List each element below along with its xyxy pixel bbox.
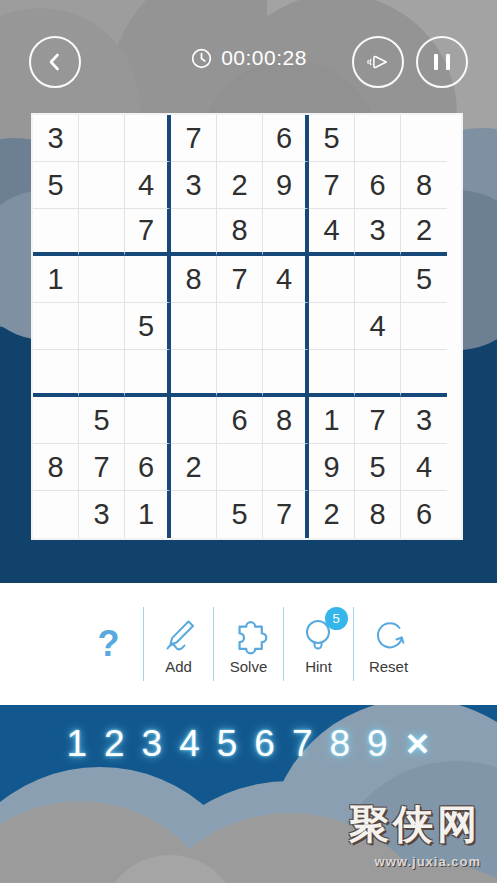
watermark-site-name: 聚侠网	[349, 797, 481, 852]
sudoku-cell-r9c7[interactable]: 2	[309, 491, 355, 538]
sudoku-cell-r3c5[interactable]: 8	[217, 209, 263, 256]
sudoku-cell-r4c1[interactable]: 1	[33, 256, 79, 303]
sudoku-cell-r9c2[interactable]: 3	[79, 491, 125, 538]
sudoku-cell-r5c6[interactable]	[263, 303, 309, 350]
sudoku-cell-r5c7[interactable]	[309, 303, 355, 350]
sudoku-cell-r3c9[interactable]: 2	[401, 209, 447, 256]
numberpad: 123456789✕	[0, 723, 497, 765]
clock-icon	[190, 47, 213, 70]
sudoku-cell-r4c4[interactable]: 8	[171, 256, 217, 303]
sudoku-cell-r8c4[interactable]: 2	[171, 444, 217, 491]
sudoku-cell-r9c5[interactable]: 5	[217, 491, 263, 538]
sudoku-cell-r7c7[interactable]: 1	[309, 397, 355, 444]
sudoku-cell-r3c3[interactable]: 7	[125, 209, 171, 256]
sudoku-cell-r3c6[interactable]	[263, 209, 309, 256]
sudoku-cell-r1c7[interactable]: 5	[309, 115, 355, 162]
sudoku-cell-r8c9[interactable]: 4	[401, 444, 447, 491]
sudoku-cell-r5c4[interactable]	[171, 303, 217, 350]
sudoku-cell-r5c3[interactable]: 5	[125, 303, 171, 350]
sudoku-cell-r4c9[interactable]: 5	[401, 256, 447, 303]
sudoku-cell-r6c4[interactable]	[171, 350, 217, 397]
sudoku-cell-r9c8[interactable]: 8	[355, 491, 401, 538]
numpad-key-3[interactable]: 3	[142, 723, 163, 765]
sudoku-cell-r6c5[interactable]	[217, 350, 263, 397]
sudoku-cell-r7c4[interactable]	[171, 397, 217, 444]
numpad-key-7[interactable]: 7	[292, 723, 313, 765]
sudoku-cell-r7c2[interactable]: 5	[79, 397, 125, 444]
sudoku-app: 00:00:28 3765543297687843218745545681738…	[0, 0, 497, 883]
sudoku-cell-r2c8[interactable]: 6	[355, 162, 401, 209]
sudoku-cell-r4c8[interactable]	[355, 256, 401, 303]
sudoku-cell-r5c2[interactable]	[79, 303, 125, 350]
sudoku-cell-r5c5[interactable]	[217, 303, 263, 350]
numpad-key-5[interactable]: 5	[217, 723, 238, 765]
timer-value: 00:00:28	[221, 46, 307, 70]
sudoku-cell-r8c1[interactable]: 8	[33, 444, 79, 491]
numpad-key-2[interactable]: 2	[104, 723, 125, 765]
sudoku-cell-r4c2[interactable]	[79, 256, 125, 303]
sudoku-board: 3765543297687843218745545681738762954315…	[31, 113, 463, 540]
sudoku-cell-r2c4[interactable]: 3	[171, 162, 217, 209]
add-button[interactable]: Add	[144, 614, 213, 675]
hint-badge: 5	[325, 607, 348, 630]
sudoku-cell-r6c3[interactable]	[125, 350, 171, 397]
reset-button[interactable]: Reset	[354, 614, 423, 675]
sudoku-cell-r6c2[interactable]	[79, 350, 125, 397]
toolbar: ? Add Solve	[0, 583, 497, 705]
numpad-key-6[interactable]: 6	[254, 723, 275, 765]
sudoku-cell-r1c8[interactable]	[355, 115, 401, 162]
numpad-close-key[interactable]: ✕	[405, 726, 431, 763]
sudoku-cell-r1c4[interactable]: 7	[171, 115, 217, 162]
sudoku-cell-r8c6[interactable]	[263, 444, 309, 491]
sudoku-cell-r9c6[interactable]: 7	[263, 491, 309, 538]
sudoku-cell-r3c7[interactable]: 4	[309, 209, 355, 256]
sudoku-cell-r2c3[interactable]: 4	[125, 162, 171, 209]
sudoku-cell-r9c9[interactable]: 6	[401, 491, 447, 538]
solve-button[interactable]: Solve	[214, 614, 283, 675]
sudoku-cell-r7c3[interactable]	[125, 397, 171, 444]
sudoku-cell-r3c1[interactable]	[33, 209, 79, 256]
sudoku-cell-r3c8[interactable]: 3	[355, 209, 401, 256]
numpad-key-8[interactable]: 8	[329, 723, 350, 765]
sudoku-cell-r2c2[interactable]	[79, 162, 125, 209]
sound-button[interactable]	[352, 36, 404, 88]
sudoku-cell-r1c3[interactable]	[125, 115, 171, 162]
number-bar: 123456789✕ 聚侠网 www.juxia.com	[0, 705, 497, 883]
add-label: Add	[165, 658, 192, 675]
solve-label: Solve	[230, 658, 268, 675]
sudoku-cell-r3c4[interactable]	[171, 209, 217, 256]
sudoku-cell-r6c9[interactable]	[401, 350, 447, 397]
pencil-icon	[158, 614, 200, 656]
watermark-site-url: www.juxia.com	[349, 854, 481, 869]
sudoku-cell-r7c1[interactable]	[33, 397, 79, 444]
sudoku-cell-r8c5[interactable]	[217, 444, 263, 491]
sudoku-cell-r6c6[interactable]	[263, 350, 309, 397]
sudoku-cell-r4c7[interactable]	[309, 256, 355, 303]
sudoku-cell-r8c3[interactable]: 6	[125, 444, 171, 491]
sudoku-cell-r2c6[interactable]: 9	[263, 162, 309, 209]
reset-label: Reset	[369, 658, 408, 675]
sudoku-cell-r5c9[interactable]	[401, 303, 447, 350]
numpad-key-9[interactable]: 9	[367, 723, 388, 765]
sudoku-cell-r8c2[interactable]: 7	[79, 444, 125, 491]
sudoku-cell-r7c9[interactable]: 3	[401, 397, 447, 444]
hint-label: Hint	[305, 658, 332, 675]
sudoku-cell-r6c7[interactable]	[309, 350, 355, 397]
numpad-key-1[interactable]: 1	[66, 723, 87, 765]
sudoku-cell-r3c2[interactable]	[79, 209, 125, 256]
sudoku-cell-r2c7[interactable]: 7	[309, 162, 355, 209]
sudoku-cell-r4c5[interactable]: 7	[217, 256, 263, 303]
sudoku-cell-r5c8[interactable]: 4	[355, 303, 401, 350]
pause-icon	[434, 54, 450, 70]
bulb-icon: 5	[298, 614, 340, 656]
sudoku-cell-r8c7[interactable]: 9	[309, 444, 355, 491]
sudoku-cell-r9c1[interactable]	[33, 491, 79, 538]
sudoku-cell-r7c5[interactable]: 6	[217, 397, 263, 444]
sudoku-cell-r1c1[interactable]: 3	[33, 115, 79, 162]
sudoku-cell-r7c8[interactable]: 7	[355, 397, 401, 444]
sudoku-cell-r9c4[interactable]	[171, 491, 217, 538]
help-button[interactable]: ?	[74, 623, 143, 665]
sudoku-cell-r7c6[interactable]: 8	[263, 397, 309, 444]
speaker-icon	[363, 47, 393, 77]
sudoku-cell-r1c5[interactable]	[217, 115, 263, 162]
header-bar: 00:00:28	[0, 36, 497, 90]
sudoku-cell-r6c8[interactable]	[355, 350, 401, 397]
sudoku-cell-r1c2[interactable]	[79, 115, 125, 162]
sudoku-cell-r1c6[interactable]: 6	[263, 115, 309, 162]
sudoku-cell-r2c1[interactable]: 5	[33, 162, 79, 209]
sudoku-cell-r2c9[interactable]: 8	[401, 162, 447, 209]
sudoku-cell-r2c5[interactable]: 2	[217, 162, 263, 209]
pause-button[interactable]	[416, 36, 468, 88]
sudoku-cell-r6c1[interactable]	[33, 350, 79, 397]
sudoku-cell-r4c3[interactable]	[125, 256, 171, 303]
sudoku-cell-r5c1[interactable]	[33, 303, 79, 350]
watermark: 聚侠网 www.juxia.com	[349, 797, 481, 869]
reset-icon	[368, 614, 410, 656]
sudoku-cell-r8c8[interactable]: 5	[355, 444, 401, 491]
sudoku-cell-r4c6[interactable]: 4	[263, 256, 309, 303]
sudoku-cell-r1c9[interactable]	[401, 115, 447, 162]
help-label: ?	[98, 623, 120, 665]
sudoku-cell-r9c3[interactable]: 1	[125, 491, 171, 538]
numpad-key-4[interactable]: 4	[179, 723, 200, 765]
puzzle-icon	[228, 614, 270, 656]
hint-button[interactable]: 5 Hint	[284, 614, 353, 675]
